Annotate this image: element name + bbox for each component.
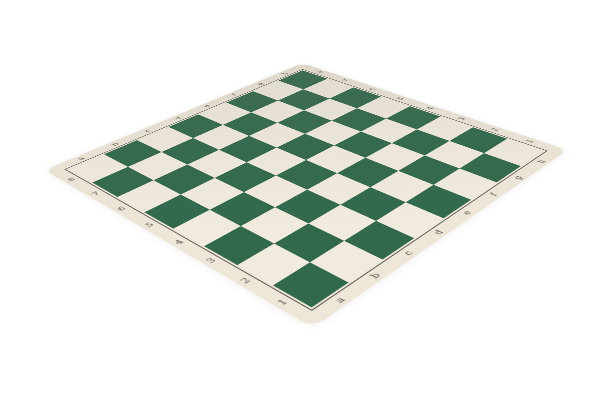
file-label-bottom-f: f [488, 192, 500, 197]
file-label-top-f: f [230, 93, 238, 96]
product-photo: aabbccddeeffgghh1122334455667788 [0, 0, 600, 400]
rank-label-left-7: 7 [90, 191, 102, 197]
rank-label-left-2: 2 [238, 276, 252, 285]
file-label-bottom-a: a [333, 296, 348, 305]
rank-label-left-5: 5 [143, 221, 156, 228]
file-label-bottom-d: d [432, 229, 446, 236]
chess-board: aabbccddeeffgghh1122334455667788 [45, 63, 568, 328]
board-tilt-wrapper: aabbccddeeffgghh1122334455667788 [0, 0, 600, 400]
board-grid [69, 70, 544, 307]
file-label-bottom-g: g [512, 175, 525, 181]
board-border: aabbccddeeffgghh1122334455667788 [45, 63, 568, 328]
file-label-bottom-b: b [368, 271, 383, 279]
rank-label-left-6: 6 [116, 206, 128, 212]
rank-label-left-3: 3 [204, 257, 218, 265]
rank-label-left-4: 4 [173, 238, 186, 245]
board-frame [64, 69, 547, 311]
file-label-bottom-c: c [401, 249, 415, 256]
file-label-bottom-h: h [535, 159, 548, 165]
rank-label-left-1: 1 [275, 298, 290, 307]
file-label-bottom-e: e [460, 209, 473, 216]
rank-label-left-8: 8 [66, 177, 77, 183]
